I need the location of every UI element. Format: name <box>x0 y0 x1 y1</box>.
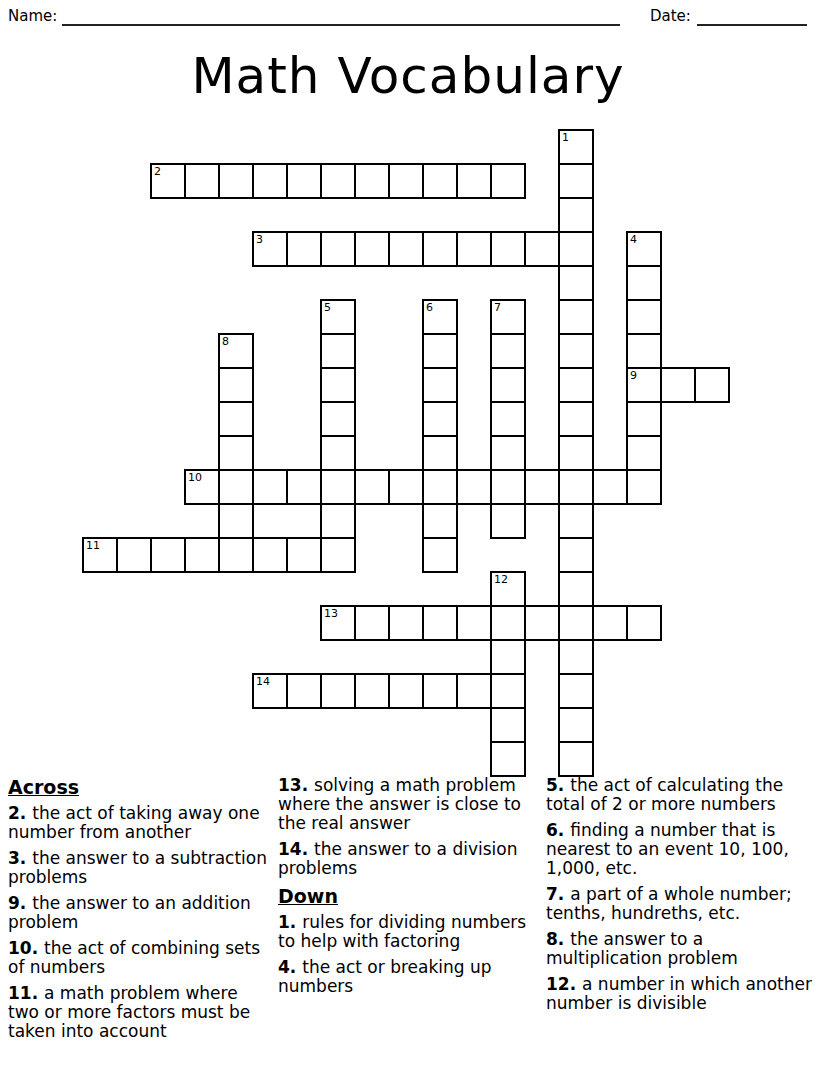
grid-cell[interactable] <box>558 673 594 709</box>
clue-d-4: 4. the act or breaking up numbers <box>278 958 538 996</box>
grid-cell[interactable] <box>286 163 322 199</box>
grid-cell[interactable] <box>218 537 254 573</box>
clue-number-label: 8. <box>546 929 570 949</box>
grid-cell[interactable] <box>524 469 560 505</box>
clue-number: 7 <box>494 301 501 314</box>
grid-cell[interactable]: 6 <box>422 299 458 335</box>
grid-cell[interactable]: 5 <box>320 299 356 335</box>
grid-cell[interactable] <box>660 367 696 403</box>
grid-cell[interactable] <box>490 435 526 471</box>
grid-cell[interactable] <box>490 333 526 369</box>
clue-number: 1 <box>562 131 569 144</box>
grid-cell[interactable] <box>218 469 254 505</box>
grid-cell[interactable]: 10 <box>184 469 220 505</box>
clue-number: 8 <box>222 335 229 348</box>
grid-cell[interactable] <box>218 503 254 539</box>
grid-cell[interactable] <box>626 469 662 505</box>
grid-cell[interactable] <box>626 435 662 471</box>
clue-number-label: 6. <box>546 820 570 840</box>
grid-cell[interactable] <box>422 231 458 267</box>
grid-cell[interactable] <box>490 367 526 403</box>
clue-number-label: 10. <box>8 938 44 958</box>
grid-cell[interactable] <box>252 537 288 573</box>
grid-cell[interactable] <box>558 707 594 743</box>
clue-number: 9 <box>630 369 637 382</box>
clue-number-label: 9. <box>8 893 32 913</box>
grid-cell[interactable] <box>558 537 594 573</box>
grid-cell[interactable] <box>490 163 526 199</box>
clue-number: 14 <box>256 675 270 688</box>
grid-cell[interactable] <box>456 605 492 641</box>
clue-number: 6 <box>426 301 433 314</box>
grid-cell[interactable] <box>388 469 424 505</box>
clue-a-11: 11. a math problem where two or more fac… <box>8 984 270 1041</box>
grid-cell[interactable] <box>320 231 356 267</box>
grid-cell[interactable] <box>558 401 594 437</box>
grid-cell[interactable]: 13 <box>320 605 356 641</box>
clue-number: 10 <box>188 471 202 484</box>
clue-a-13: 13. solving a math problem where the ans… <box>278 776 538 833</box>
grid-cell[interactable] <box>388 231 424 267</box>
clue-a-9: 9. the answer to an addition problem <box>8 894 270 932</box>
grid-cell[interactable] <box>422 469 458 505</box>
clue-d-1: 1. rules for dividing numbers to help wi… <box>278 913 538 951</box>
grid-cell[interactable] <box>558 163 594 199</box>
grid-cell[interactable] <box>422 333 458 369</box>
grid-cell[interactable]: 12 <box>490 571 526 607</box>
grid-cell[interactable] <box>320 537 356 573</box>
grid-cell[interactable] <box>388 673 424 709</box>
grid-cell[interactable] <box>252 163 288 199</box>
name-label: Name: <box>8 7 57 25</box>
grid-cell[interactable] <box>354 231 390 267</box>
clue-number: 12 <box>494 573 508 586</box>
grid-cell[interactable] <box>558 367 594 403</box>
grid-cell[interactable] <box>388 163 424 199</box>
grid-cell[interactable] <box>626 333 662 369</box>
grid-cell[interactable] <box>252 469 288 505</box>
grid-cell[interactable] <box>286 537 322 573</box>
grid-cell[interactable] <box>286 231 322 267</box>
grid-cell[interactable] <box>320 401 356 437</box>
grid-cell[interactable] <box>456 673 492 709</box>
clue-a-14: 14. the answer to a division problems <box>278 840 538 878</box>
grid-cell[interactable] <box>490 469 526 505</box>
grid-cell[interactable]: 8 <box>218 333 254 369</box>
clue-number: 13 <box>324 607 338 620</box>
date-blank-line[interactable] <box>697 24 807 26</box>
clue-d-8: 8. the answer to a multiplication proble… <box>546 930 814 968</box>
grid-cell[interactable] <box>422 401 458 437</box>
clue-number-label: 7. <box>546 884 570 904</box>
grid-cell[interactable] <box>558 639 594 675</box>
clue-number-label: 4. <box>278 957 302 977</box>
grid-cell[interactable]: 9 <box>626 367 662 403</box>
grid-cell[interactable] <box>422 605 458 641</box>
grid-cell[interactable] <box>558 571 594 607</box>
clue-number-label: 2. <box>8 803 32 823</box>
grid-cell[interactable] <box>320 469 356 505</box>
grid-cell[interactable] <box>422 163 458 199</box>
grid-cell[interactable] <box>490 639 526 675</box>
grid-cell[interactable] <box>558 231 594 267</box>
grid-cell[interactable] <box>456 231 492 267</box>
clue-number: 3 <box>256 233 263 246</box>
grid-cell[interactable] <box>218 367 254 403</box>
grid-cell[interactable] <box>320 163 356 199</box>
grid-cell[interactable] <box>524 231 560 267</box>
grid-cell[interactable] <box>286 673 322 709</box>
grid-cell[interactable] <box>218 435 254 471</box>
grid-cell[interactable] <box>626 605 662 641</box>
date-label: Date: <box>650 7 691 25</box>
grid-cell[interactable] <box>320 333 356 369</box>
clue-number-label: 3. <box>8 848 32 868</box>
clue-number: 5 <box>324 301 331 314</box>
clue-number-label: 5. <box>546 775 570 795</box>
grid-cell[interactable] <box>422 435 458 471</box>
clue-d-12: 12. a number in which another number is … <box>546 975 814 1013</box>
grid-cell[interactable] <box>558 741 594 777</box>
grid-cell[interactable] <box>422 673 458 709</box>
grid-cell[interactable] <box>694 367 730 403</box>
clue-list-header-across: Across <box>8 776 270 798</box>
grid-cell[interactable] <box>218 163 254 199</box>
clue-d-6: 6. finding a number that is nearest to a… <box>546 821 814 878</box>
clue-number: 2 <box>154 165 161 178</box>
grid-cell[interactable] <box>456 469 492 505</box>
grid-cell[interactable] <box>184 163 220 199</box>
grid-cell[interactable] <box>422 367 458 403</box>
grid-cell[interactable] <box>184 537 220 573</box>
grid-cell[interactable] <box>490 605 526 641</box>
grid-cell[interactable] <box>490 401 526 437</box>
grid-cell[interactable] <box>456 163 492 199</box>
grid-cell[interactable]: 1 <box>558 129 594 165</box>
grid-cell[interactable] <box>558 299 594 335</box>
clue-number-label: 1. <box>278 912 302 932</box>
grid-cell[interactable]: 14 <box>252 673 288 709</box>
grid-cell[interactable] <box>490 503 526 539</box>
clue-number: 4 <box>630 233 637 246</box>
clue-column-2: 13. solving a math problem where the ans… <box>278 776 538 1003</box>
grid-cell[interactable] <box>354 673 390 709</box>
worksheet-page: Name: Date: Math Vocabulary 123456789101… <box>0 0 816 1082</box>
clue-d-7: 7. a part of a whole number; tenths, hun… <box>546 885 814 923</box>
grid-cell[interactable]: 7 <box>490 299 526 335</box>
crossword-grid: 1234567891011121314 <box>83 130 731 778</box>
clue-a-10: 10. the act of combining sets of numbers <box>8 939 270 977</box>
grid-cell[interactable] <box>490 673 526 709</box>
grid-cell[interactable] <box>592 605 628 641</box>
grid-cell[interactable] <box>150 537 186 573</box>
grid-cell[interactable] <box>320 367 356 403</box>
grid-cell[interactable] <box>626 299 662 335</box>
grid-cell[interactable] <box>524 605 560 641</box>
grid-cell[interactable] <box>286 469 322 505</box>
grid-cell[interactable] <box>320 673 356 709</box>
grid-cell[interactable] <box>558 435 594 471</box>
grid-cell[interactable] <box>490 231 526 267</box>
clue-column-3: 5. the act of calculating the total of 2… <box>546 776 814 1020</box>
grid-cell[interactable] <box>558 605 594 641</box>
clue-list-header-down: Down <box>278 885 538 907</box>
grid-cell[interactable] <box>388 605 424 641</box>
page-title: Math Vocabulary <box>0 46 816 106</box>
grid-cell[interactable] <box>422 503 458 539</box>
grid-cell[interactable]: 11 <box>82 537 118 573</box>
grid-cell[interactable] <box>320 503 356 539</box>
clue-column-1: Across2. the act of taking away one numb… <box>8 776 270 1048</box>
grid-cell[interactable] <box>422 537 458 573</box>
grid-cell[interactable] <box>490 741 526 777</box>
grid-cell[interactable] <box>592 469 628 505</box>
grid-cell[interactable] <box>558 197 594 233</box>
grid-cell[interactable] <box>218 401 254 437</box>
clue-a-3: 3. the answer to a subtraction problems <box>8 849 270 887</box>
grid-cell[interactable] <box>558 503 594 539</box>
grid-cell[interactable]: 4 <box>626 231 662 267</box>
grid-cell[interactable] <box>354 469 390 505</box>
clue-number-label: 13. <box>278 775 314 795</box>
clue-d-5: 5. the act of calculating the total of 2… <box>546 776 814 814</box>
grid-cell[interactable] <box>354 605 390 641</box>
grid-cell[interactable] <box>116 537 152 573</box>
grid-cell[interactable] <box>558 469 594 505</box>
grid-cell[interactable] <box>626 265 662 301</box>
clue-number-label: 12. <box>546 974 582 994</box>
name-blank-line[interactable] <box>62 24 620 26</box>
grid-cell[interactable] <box>558 333 594 369</box>
grid-cell[interactable]: 3 <box>252 231 288 267</box>
grid-cell[interactable]: 2 <box>150 163 186 199</box>
clue-a-2: 2. the act of taking away one number fro… <box>8 804 270 842</box>
clue-number-label: 14. <box>278 839 314 859</box>
clue-number-label: 11. <box>8 983 44 1003</box>
grid-cell[interactable] <box>558 265 594 301</box>
grid-cell[interactable] <box>354 163 390 199</box>
grid-cell[interactable] <box>626 401 662 437</box>
grid-cell[interactable] <box>490 707 526 743</box>
clue-number: 11 <box>86 539 100 552</box>
grid-cell[interactable] <box>320 435 356 471</box>
